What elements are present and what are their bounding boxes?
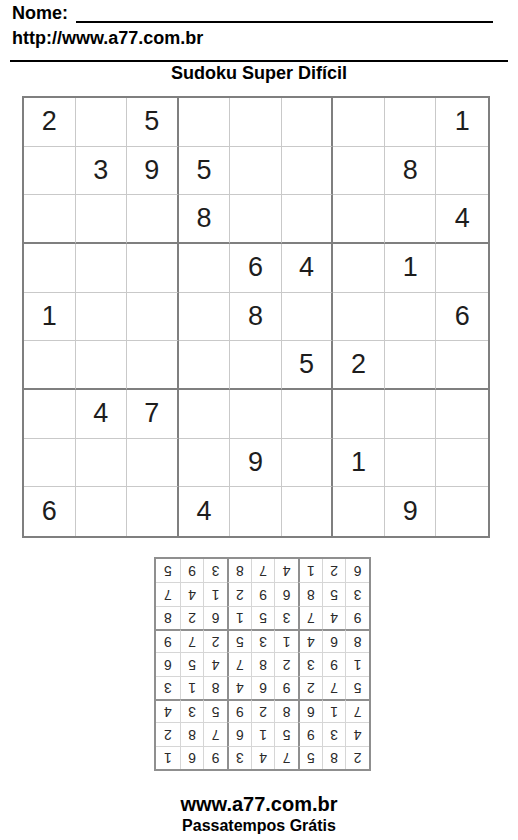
cell-r1c4[interactable] <box>179 98 231 147</box>
solution-cell-r4c1: 5 <box>345 676 369 699</box>
cell-r1c1: 2 <box>24 98 76 147</box>
cell-r5c9: 6 <box>436 293 488 342</box>
cell-r6c1[interactable] <box>24 341 76 390</box>
solution-cell-r1c6: 3 <box>227 746 251 769</box>
solution-cell-r5c9: 6 <box>156 652 180 675</box>
solution-cell-r6c1: 8 <box>345 629 369 652</box>
cell-r1c5[interactable] <box>230 98 282 147</box>
cell-r7c1[interactable] <box>24 390 76 439</box>
cell-r3c8[interactable] <box>385 195 437 244</box>
solution-cell-r1c8: 6 <box>180 746 204 769</box>
cell-r6c9[interactable] <box>436 341 488 390</box>
solution-cell-r1c9: 1 <box>156 746 180 769</box>
solution-cell-r3c2: 1 <box>322 699 346 722</box>
cell-r3c7[interactable] <box>333 195 385 244</box>
sudoku-puzzle-grid: 251395884641186524791649 <box>22 96 490 538</box>
solution-cell-r9c9: 5 <box>156 559 180 582</box>
cell-r8c9[interactable] <box>436 439 488 488</box>
solution-cell-r9c6: 8 <box>227 559 251 582</box>
cell-r8c6[interactable] <box>282 439 334 488</box>
solution-cell-r8c5: 9 <box>251 582 275 605</box>
solution-cell-r3c4: 8 <box>274 699 298 722</box>
cell-r6c2[interactable] <box>76 341 128 390</box>
solution-cell-r6c7: 2 <box>203 629 227 652</box>
cell-r3c2[interactable] <box>76 195 128 244</box>
solution-cell-r3c3: 6 <box>298 699 322 722</box>
cell-r2c8: 8 <box>385 147 437 196</box>
cell-r9c2[interactable] <box>76 487 128 536</box>
cell-r3c4: 8 <box>179 195 231 244</box>
cell-r2c9[interactable] <box>436 147 488 196</box>
name-label: Nome: <box>12 3 68 23</box>
cell-r6c5[interactable] <box>230 341 282 390</box>
solution-cell-r5c2: 9 <box>322 652 346 675</box>
solution-cell-r5c1: 1 <box>345 652 369 675</box>
solution-cell-r9c2: 2 <box>322 559 346 582</box>
solution-cell-r2c3: 9 <box>298 722 322 745</box>
solution-cell-r2c8: 8 <box>180 722 204 745</box>
solution-cell-r1c2: 8 <box>322 746 346 769</box>
cell-r7c4[interactable] <box>179 390 231 439</box>
solution-cell-r2c7: 7 <box>203 722 227 745</box>
solution-cell-r2c9: 2 <box>156 722 180 745</box>
cell-r4c5: 6 <box>230 244 282 293</box>
site-url: http://www.a77.com.br <box>12 28 493 48</box>
cell-r1c3: 5 <box>127 98 179 147</box>
cell-r2c4: 5 <box>179 147 231 196</box>
cell-r8c1[interactable] <box>24 439 76 488</box>
solution-cell-r4c2: 7 <box>322 676 346 699</box>
cell-r6c3[interactable] <box>127 341 179 390</box>
solution-cell-r2c6: 6 <box>227 722 251 745</box>
solution-cell-r3c1: 7 <box>345 699 369 722</box>
cell-r9c3[interactable] <box>127 487 179 536</box>
solution-cell-r2c1: 4 <box>345 722 369 745</box>
footer-tagline: Passatempos Grátis <box>0 816 518 836</box>
cell-r4c2[interactable] <box>76 244 128 293</box>
cell-r4c7[interactable] <box>333 244 385 293</box>
cell-r7c6[interactable] <box>282 390 334 439</box>
cell-r4c6: 4 <box>282 244 334 293</box>
cell-r3c9: 4 <box>436 195 488 244</box>
solution-cell-r7c7: 6 <box>203 606 227 629</box>
solution-cell-r4c6: 4 <box>227 676 251 699</box>
solution-cell-r3c7: 5 <box>203 699 227 722</box>
solution-cell-r5c6: 7 <box>227 652 251 675</box>
solution-cell-r6c5: 3 <box>251 629 275 652</box>
name-blank-line[interactable] <box>76 3 493 23</box>
solution-cell-r7c5: 5 <box>251 606 275 629</box>
cell-r4c9[interactable] <box>436 244 488 293</box>
cell-r5c1: 1 <box>24 293 76 342</box>
cell-r6c6: 5 <box>282 341 334 390</box>
solution-cell-r5c7: 4 <box>203 652 227 675</box>
solution-cell-r9c5: 7 <box>251 559 275 582</box>
cell-r9c6[interactable] <box>282 487 334 536</box>
cell-r3c6[interactable] <box>282 195 334 244</box>
cell-r8c2[interactable] <box>76 439 128 488</box>
cell-r7c5[interactable] <box>230 390 282 439</box>
cell-r5c7[interactable] <box>333 293 385 342</box>
solution-cell-r1c3: 5 <box>298 746 322 769</box>
solution-cell-r7c2: 4 <box>322 606 346 629</box>
solution-cell-r3c8: 3 <box>180 699 204 722</box>
solution-cell-r5c3: 3 <box>298 652 322 675</box>
solution-cell-r8c9: 7 <box>156 582 180 605</box>
solution-cell-r3c6: 9 <box>227 699 251 722</box>
cell-r7c3: 7 <box>127 390 179 439</box>
cell-r7c9[interactable] <box>436 390 488 439</box>
cell-r7c2: 4 <box>76 390 128 439</box>
solution-cell-r9c3: 1 <box>298 559 322 582</box>
solution-cell-r5c5: 8 <box>251 652 275 675</box>
cell-r5c8[interactable] <box>385 293 437 342</box>
solution-cell-r2c2: 3 <box>322 722 346 745</box>
solution-cell-r7c6: 1 <box>227 606 251 629</box>
cell-r1c7[interactable] <box>333 98 385 147</box>
footer-site: www.a77.com.br <box>0 793 518 815</box>
solution-cell-r7c4: 3 <box>274 606 298 629</box>
solution-cell-r1c7: 9 <box>203 746 227 769</box>
solution-cell-r8c2: 5 <box>322 582 346 605</box>
solution-cell-r5c4: 2 <box>274 652 298 675</box>
cell-r9c4: 4 <box>179 487 231 536</box>
cell-r5c3[interactable] <box>127 293 179 342</box>
solution-cell-r2c4: 5 <box>274 722 298 745</box>
solution-cell-r3c9: 4 <box>156 699 180 722</box>
page-title: Sudoku Super Difícil <box>0 62 518 84</box>
cell-r2c7[interactable] <box>333 147 385 196</box>
cell-r5c6[interactable] <box>282 293 334 342</box>
solution-cell-r9c7: 3 <box>203 559 227 582</box>
page-header: Nome: http://www.a77.com.br <box>12 3 493 48</box>
cell-r2c3: 9 <box>127 147 179 196</box>
solution-cell-r4c9: 3 <box>156 676 180 699</box>
solution-cell-r9c1: 6 <box>345 559 369 582</box>
cell-r8c7: 1 <box>333 439 385 488</box>
cell-r6c7: 2 <box>333 341 385 390</box>
solution-cell-r3c5: 2 <box>251 699 275 722</box>
solution-cell-r8c1: 3 <box>345 582 369 605</box>
solution-cell-r7c9: 8 <box>156 606 180 629</box>
solution-cell-r4c4: 9 <box>274 676 298 699</box>
cell-r3c1[interactable] <box>24 195 76 244</box>
cell-r3c3[interactable] <box>127 195 179 244</box>
solution-cell-r7c1: 9 <box>345 606 369 629</box>
solution-cell-r8c3: 8 <box>298 582 322 605</box>
cell-r2c5[interactable] <box>230 147 282 196</box>
solution-cell-r8c6: 2 <box>227 582 251 605</box>
sudoku-solution-grid: 2857439614395167827168295345729648131932… <box>154 557 371 771</box>
cell-r9c7[interactable] <box>333 487 385 536</box>
solution-cell-r7c8: 2 <box>180 606 204 629</box>
solution-cell-r6c3: 4 <box>298 629 322 652</box>
cell-r1c8[interactable] <box>385 98 437 147</box>
name-row: Nome: <box>12 3 493 23</box>
solution-cell-r1c4: 7 <box>274 746 298 769</box>
solution-cell-r6c4: 1 <box>274 629 298 652</box>
solution-cell-r6c9: 9 <box>156 629 180 652</box>
cell-r9c9[interactable] <box>436 487 488 536</box>
solution-cell-r4c5: 6 <box>251 676 275 699</box>
solution-cell-r8c7: 1 <box>203 582 227 605</box>
solution-cell-r6c6: 5 <box>227 629 251 652</box>
cell-r4c4[interactable] <box>179 244 231 293</box>
cell-r8c3[interactable] <box>127 439 179 488</box>
cell-r4c1[interactable] <box>24 244 76 293</box>
cell-r9c5[interactable] <box>230 487 282 536</box>
solution-cell-r4c8: 1 <box>180 676 204 699</box>
cell-r8c8[interactable] <box>385 439 437 488</box>
solution-cell-r2c5: 1 <box>251 722 275 745</box>
solution-cell-r4c3: 2 <box>298 676 322 699</box>
solution-cell-r8c4: 6 <box>274 582 298 605</box>
cell-r5c5: 8 <box>230 293 282 342</box>
cell-r1c9: 1 <box>436 98 488 147</box>
solution-cell-r9c8: 9 <box>180 559 204 582</box>
solution-cell-r9c4: 4 <box>274 559 298 582</box>
solution-cell-r7c3: 7 <box>298 606 322 629</box>
cell-r8c4[interactable] <box>179 439 231 488</box>
solution-cell-r8c8: 4 <box>180 582 204 605</box>
cell-r5c2[interactable] <box>76 293 128 342</box>
cell-r9c8: 9 <box>385 487 437 536</box>
solution-cell-r1c5: 4 <box>251 746 275 769</box>
cell-r4c8: 1 <box>385 244 437 293</box>
cell-r6c8[interactable] <box>385 341 437 390</box>
cell-r8c5: 9 <box>230 439 282 488</box>
cell-r7c7[interactable] <box>333 390 385 439</box>
cell-r2c1[interactable] <box>24 147 76 196</box>
worksheet-page: Nome: http://www.a77.com.br Sudoku Super… <box>0 0 518 840</box>
cell-r2c2: 3 <box>76 147 128 196</box>
cell-r5c4[interactable] <box>179 293 231 342</box>
cell-r7c8[interactable] <box>385 390 437 439</box>
cell-r9c1: 6 <box>24 487 76 536</box>
cell-r4c3[interactable] <box>127 244 179 293</box>
cell-r3c5[interactable] <box>230 195 282 244</box>
solution-cell-r6c8: 7 <box>180 629 204 652</box>
cell-r2c6[interactable] <box>282 147 334 196</box>
solution-cell-r4c7: 8 <box>203 676 227 699</box>
solution-cell-r5c8: 5 <box>180 652 204 675</box>
cell-r1c6[interactable] <box>282 98 334 147</box>
cell-r1c2[interactable] <box>76 98 128 147</box>
solution-cell-r6c2: 6 <box>322 629 346 652</box>
cell-r6c4[interactable] <box>179 341 231 390</box>
solution-cell-r1c1: 2 <box>345 746 369 769</box>
